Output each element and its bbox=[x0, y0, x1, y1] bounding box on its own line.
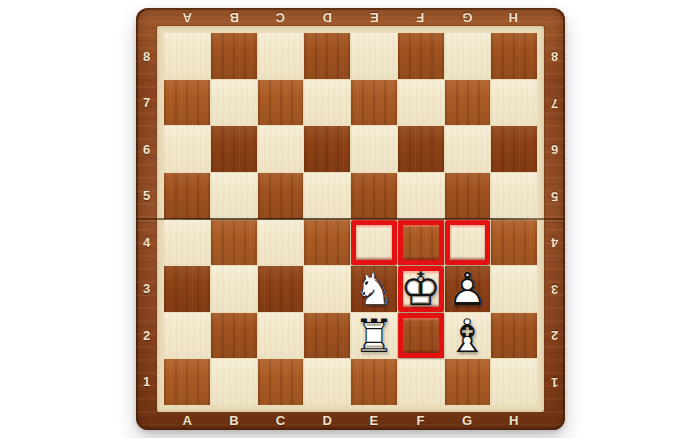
square-f3[interactable]: ♚♔ bbox=[398, 266, 444, 312]
square-d4[interactable] bbox=[304, 220, 350, 266]
square-b7[interactable] bbox=[211, 80, 257, 126]
file-label-bottom-h: H bbox=[490, 411, 537, 430]
square-f1[interactable] bbox=[398, 359, 444, 405]
square-g1[interactable] bbox=[445, 359, 491, 405]
square-f5[interactable] bbox=[398, 173, 444, 219]
square-a2[interactable] bbox=[164, 313, 210, 359]
white-bishop-glyph-outline: ♗ bbox=[445, 313, 491, 359]
square-d8[interactable] bbox=[304, 33, 350, 79]
square-f2[interactable] bbox=[398, 313, 444, 359]
square-g8[interactable] bbox=[445, 33, 491, 79]
white-pawn-glyph-outline: ♙ bbox=[445, 266, 491, 312]
rank-labels-right: 87654321 bbox=[544, 33, 565, 405]
square-c8[interactable] bbox=[258, 33, 304, 79]
square-e4[interactable] bbox=[351, 220, 397, 266]
file-labels-top: ABCDEFGH bbox=[164, 8, 537, 27]
file-label-bottom-d: D bbox=[304, 411, 351, 430]
square-b5[interactable] bbox=[211, 173, 257, 219]
piece-white-knight-e3[interactable]: ♞♘ bbox=[351, 266, 397, 312]
square-b2[interactable] bbox=[211, 313, 257, 359]
rank-label-right-6: 6 bbox=[544, 126, 565, 173]
rank-label-right-2: 2 bbox=[544, 312, 565, 359]
square-e8[interactable] bbox=[351, 33, 397, 79]
square-g6[interactable] bbox=[445, 126, 491, 172]
square-h2[interactable] bbox=[491, 313, 537, 359]
rank-label-right-4: 4 bbox=[544, 219, 565, 266]
square-d7[interactable] bbox=[304, 80, 350, 126]
file-label-bottom-e: E bbox=[351, 411, 398, 430]
square-f8[interactable] bbox=[398, 33, 444, 79]
square-a1[interactable] bbox=[164, 359, 210, 405]
file-label-bottom-a: A bbox=[164, 411, 211, 430]
piece-white-rook-e2[interactable]: ♜♖ bbox=[351, 313, 397, 359]
fold-seam bbox=[136, 218, 565, 220]
square-c6[interactable] bbox=[258, 126, 304, 172]
rank-labels-left: 87654321 bbox=[136, 33, 157, 405]
square-g2[interactable]: ♝♗ bbox=[445, 313, 491, 359]
square-a5[interactable] bbox=[164, 173, 210, 219]
square-c4[interactable] bbox=[258, 220, 304, 266]
square-a4[interactable] bbox=[164, 220, 210, 266]
file-label-top-h: H bbox=[490, 8, 537, 27]
rank-label-right-7: 7 bbox=[544, 80, 565, 127]
white-king-glyph-outline: ♔ bbox=[398, 266, 444, 312]
file-label-top-c: C bbox=[257, 8, 304, 27]
white-rook-glyph-outline: ♖ bbox=[351, 313, 397, 359]
square-e5[interactable] bbox=[351, 173, 397, 219]
square-h7[interactable] bbox=[491, 80, 537, 126]
square-b3[interactable] bbox=[211, 266, 257, 312]
piece-white-king-f3[interactable]: ♚♔ bbox=[398, 266, 444, 312]
square-c5[interactable] bbox=[258, 173, 304, 219]
square-f6[interactable] bbox=[398, 126, 444, 172]
piece-white-pawn-g3[interactable]: ♟♙ bbox=[445, 266, 491, 312]
file-labels-bottom: ABCDEFGH bbox=[164, 411, 537, 430]
square-a7[interactable] bbox=[164, 80, 210, 126]
rank-label-right-8: 8 bbox=[544, 33, 565, 80]
square-b6[interactable] bbox=[211, 126, 257, 172]
square-d3[interactable] bbox=[304, 266, 350, 312]
square-f4[interactable] bbox=[398, 220, 444, 266]
square-b1[interactable] bbox=[211, 359, 257, 405]
square-d2[interactable] bbox=[304, 313, 350, 359]
rank-label-right-3: 3 bbox=[544, 266, 565, 313]
rank-label-left-3: 3 bbox=[136, 266, 157, 313]
square-f7[interactable] bbox=[398, 80, 444, 126]
file-label-top-d: D bbox=[304, 8, 351, 27]
file-label-bottom-g: G bbox=[444, 411, 491, 430]
file-label-bottom-c: C bbox=[257, 411, 304, 430]
square-c3[interactable] bbox=[258, 266, 304, 312]
file-label-top-a: A bbox=[164, 8, 211, 27]
page: { "game": "chess", "description": "Overh… bbox=[0, 0, 700, 438]
square-h8[interactable] bbox=[491, 33, 537, 79]
square-b8[interactable] bbox=[211, 33, 257, 79]
rank-label-left-5: 5 bbox=[136, 173, 157, 220]
file-label-bottom-f: F bbox=[397, 411, 444, 430]
square-c1[interactable] bbox=[258, 359, 304, 405]
square-h6[interactable] bbox=[491, 126, 537, 172]
square-a3[interactable] bbox=[164, 266, 210, 312]
rank-label-left-4: 4 bbox=[136, 219, 157, 266]
square-d6[interactable] bbox=[304, 126, 350, 172]
square-g4[interactable] bbox=[445, 220, 491, 266]
file-label-top-f: F bbox=[397, 8, 444, 27]
piece-white-bishop-g2[interactable]: ♝♗ bbox=[445, 313, 491, 359]
square-c7[interactable] bbox=[258, 80, 304, 126]
file-label-top-e: E bbox=[351, 8, 398, 27]
rank-label-left-8: 8 bbox=[136, 33, 157, 80]
white-knight-glyph-outline: ♘ bbox=[351, 266, 397, 312]
square-g7[interactable] bbox=[445, 80, 491, 126]
rank-label-left-7: 7 bbox=[136, 80, 157, 127]
square-h5[interactable] bbox=[491, 173, 537, 219]
square-a8[interactable] bbox=[164, 33, 210, 79]
square-d1[interactable] bbox=[304, 359, 350, 405]
rank-label-left-6: 6 bbox=[136, 126, 157, 173]
square-h4[interactable] bbox=[491, 220, 537, 266]
square-c2[interactable] bbox=[258, 313, 304, 359]
square-e6[interactable] bbox=[351, 126, 397, 172]
file-label-top-g: G bbox=[444, 8, 491, 27]
rank-label-left-1: 1 bbox=[136, 359, 157, 406]
rank-label-right-5: 5 bbox=[544, 173, 565, 220]
square-h3[interactable] bbox=[491, 266, 537, 312]
file-label-bottom-b: B bbox=[211, 411, 258, 430]
square-b4[interactable] bbox=[211, 220, 257, 266]
square-d5[interactable] bbox=[304, 173, 350, 219]
square-h1[interactable] bbox=[491, 359, 537, 405]
file-label-top-b: B bbox=[211, 8, 258, 27]
square-e2[interactable]: ♜♖ bbox=[351, 313, 397, 359]
square-a6[interactable] bbox=[164, 126, 210, 172]
square-e1[interactable] bbox=[351, 359, 397, 405]
square-g3[interactable]: ♟♙ bbox=[445, 266, 491, 312]
rank-label-left-2: 2 bbox=[136, 312, 157, 359]
square-g5[interactable] bbox=[445, 173, 491, 219]
rank-label-right-1: 1 bbox=[544, 359, 565, 406]
chess-board: ABCDEFGH ABCDEFGH 87654321 87654321 ♞♘♚♔… bbox=[136, 8, 565, 430]
square-e7[interactable] bbox=[351, 80, 397, 126]
square-e3[interactable]: ♞♘ bbox=[351, 266, 397, 312]
